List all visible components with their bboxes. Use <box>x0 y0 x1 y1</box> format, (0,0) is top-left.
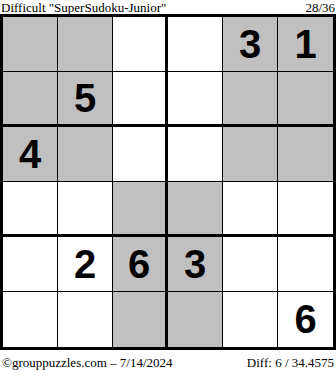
cell-r3c4[interactable] <box>168 127 223 182</box>
cell-r2c3[interactable] <box>113 72 168 127</box>
cell-r1c1[interactable] <box>3 17 58 72</box>
cell-r5c4[interactable]: 3 <box>168 237 223 292</box>
cell-r5c1[interactable] <box>3 237 58 292</box>
footer: ©grouppuzzles.com – 7/14/2024 Diff: 6 / … <box>0 350 336 370</box>
cell-r3c2[interactable] <box>58 127 113 182</box>
cell-r1c5[interactable]: 3 <box>223 17 278 72</box>
cell-r5c3[interactable]: 6 <box>113 237 168 292</box>
cell-r2c5[interactable] <box>223 72 278 127</box>
cell-r3c1[interactable]: 4 <box>3 127 58 182</box>
copyright-text: ©grouppuzzles.com – 7/14/2024 <box>2 355 173 370</box>
header: Difficult "SuperSudoku-Junior" 28/36 <box>0 0 336 14</box>
cell-r6c1[interactable] <box>3 292 58 347</box>
cell-r2c2[interactable]: 5 <box>58 72 113 127</box>
cell-r6c5[interactable] <box>223 292 278 347</box>
cell-r6c4[interactable] <box>168 292 223 347</box>
cell-r5c5[interactable] <box>223 237 278 292</box>
cell-r2c6[interactable] <box>278 72 333 127</box>
cell-r5c6[interactable] <box>278 237 333 292</box>
givens-counter: 28/36 <box>305 1 335 14</box>
cell-r2c4[interactable] <box>168 72 223 127</box>
cell-r1c6[interactable]: 1 <box>278 17 333 72</box>
cell-r4c5[interactable] <box>223 182 278 237</box>
cell-r6c2[interactable] <box>58 292 113 347</box>
cell-r3c5[interactable] <box>223 127 278 182</box>
puzzle-page: Difficult "SuperSudoku-Junior" 28/36 315… <box>0 0 336 370</box>
cell-r4c1[interactable] <box>3 182 58 237</box>
cell-r2c1[interactable] <box>3 72 58 127</box>
sudoku-board: 31542636 <box>0 14 336 350</box>
cell-r6c6[interactable]: 6 <box>278 292 333 347</box>
cell-r1c4[interactable] <box>168 17 223 72</box>
cell-r1c2[interactable] <box>58 17 113 72</box>
cell-r1c3[interactable] <box>113 17 168 72</box>
cell-r4c2[interactable] <box>58 182 113 237</box>
cell-r3c3[interactable] <box>113 127 168 182</box>
difficulty-text: Diff: 6 / 34.4575 <box>247 355 334 370</box>
puzzle-title: Difficult "SuperSudoku-Junior" <box>1 1 166 14</box>
cell-r3c6[interactable] <box>278 127 333 182</box>
cell-r6c3[interactable] <box>113 292 168 347</box>
cell-r4c4[interactable] <box>168 182 223 237</box>
cell-r4c3[interactable] <box>113 182 168 237</box>
cell-r5c2[interactable]: 2 <box>58 237 113 292</box>
cell-r4c6[interactable] <box>278 182 333 237</box>
